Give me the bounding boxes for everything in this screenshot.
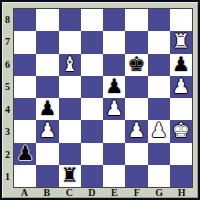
white-rook-h7[interactable]: ♜ — [172, 31, 190, 51]
file-label-a: A — [13, 188, 36, 199]
file-label-e: E — [103, 188, 126, 199]
square-f6[interactable]: ♚ — [125, 54, 147, 76]
square-b8[interactable] — [36, 9, 58, 31]
file-label-c: C — [58, 188, 81, 199]
square-d3[interactable] — [81, 120, 103, 142]
square-a7[interactable] — [14, 31, 36, 53]
square-d2[interactable] — [81, 143, 103, 165]
square-h1[interactable] — [170, 165, 192, 187]
square-c3[interactable] — [59, 120, 81, 142]
square-a1[interactable] — [14, 165, 36, 187]
square-h7[interactable]: ♜ — [170, 31, 192, 53]
chess-board: ♜♝♚♟♟♟♟♟♟♟♟♚♟♜ — [13, 8, 193, 188]
square-g3[interactable]: ♟ — [148, 120, 170, 142]
square-f2[interactable] — [125, 143, 147, 165]
square-d4[interactable] — [81, 98, 103, 120]
square-d1[interactable] — [81, 165, 103, 187]
square-f7[interactable] — [125, 31, 147, 53]
square-a6[interactable] — [14, 54, 36, 76]
black-king-f6[interactable]: ♚ — [127, 54, 145, 74]
white-pawn-h5[interactable]: ♟ — [172, 76, 190, 96]
square-g5[interactable] — [148, 76, 170, 98]
chess-board-frame: 87654321 ♜♝♚♟♟♟♟♟♟♟♟♚♟♜ ABCDEFGH — [0, 0, 200, 200]
square-g6[interactable] — [148, 54, 170, 76]
square-h8[interactable] — [170, 9, 192, 31]
rank-label-1: 1 — [2, 166, 13, 189]
square-h2[interactable] — [170, 143, 192, 165]
square-f3[interactable]: ♟ — [125, 120, 147, 142]
white-pawn-g3[interactable]: ♟ — [150, 120, 168, 140]
square-d7[interactable] — [81, 31, 103, 53]
square-b3[interactable]: ♟ — [36, 120, 58, 142]
rank-label-8: 8 — [2, 8, 13, 31]
square-b1[interactable] — [36, 165, 58, 187]
square-c2[interactable] — [59, 143, 81, 165]
square-e5[interactable]: ♟ — [103, 76, 125, 98]
rank-label-2: 2 — [2, 143, 13, 166]
square-d8[interactable] — [81, 9, 103, 31]
square-c1[interactable]: ♜ — [59, 165, 81, 187]
black-pawn-h6[interactable]: ♟ — [172, 54, 190, 74]
square-b7[interactable] — [36, 31, 58, 53]
rank-labels: 87654321 — [2, 8, 13, 188]
file-label-d: D — [81, 188, 104, 199]
square-e1[interactable] — [103, 165, 125, 187]
black-pawn-b4[interactable]: ♟ — [38, 98, 56, 118]
square-f8[interactable] — [125, 9, 147, 31]
white-king-h3[interactable]: ♚ — [172, 120, 190, 140]
square-f5[interactable] — [125, 76, 147, 98]
square-h6[interactable]: ♟ — [170, 54, 192, 76]
square-a3[interactable] — [14, 120, 36, 142]
white-pawn-e4[interactable]: ♟ — [105, 98, 123, 118]
square-e8[interactable] — [103, 9, 125, 31]
square-a5[interactable] — [14, 76, 36, 98]
square-c6[interactable]: ♝ — [59, 54, 81, 76]
file-label-f: F — [126, 188, 149, 199]
file-label-g: G — [148, 188, 171, 199]
square-e4[interactable]: ♟ — [103, 98, 125, 120]
file-labels: ABCDEFGH — [13, 188, 193, 199]
square-c8[interactable] — [59, 9, 81, 31]
square-g7[interactable] — [148, 31, 170, 53]
square-a8[interactable] — [14, 9, 36, 31]
square-e7[interactable] — [103, 31, 125, 53]
rank-label-6: 6 — [2, 53, 13, 76]
square-h3[interactable]: ♚ — [170, 120, 192, 142]
square-b4[interactable]: ♟ — [36, 98, 58, 120]
square-a2[interactable]: ♟ — [14, 143, 36, 165]
file-label-b: B — [36, 188, 59, 199]
square-a4[interactable] — [14, 98, 36, 120]
square-b5[interactable] — [36, 76, 58, 98]
file-label-h: H — [171, 188, 194, 199]
square-c7[interactable] — [59, 31, 81, 53]
square-d6[interactable] — [81, 54, 103, 76]
rank-label-5: 5 — [2, 76, 13, 99]
square-f1[interactable] — [125, 165, 147, 187]
square-b6[interactable] — [36, 54, 58, 76]
square-c4[interactable] — [59, 98, 81, 120]
rank-label-4: 4 — [2, 98, 13, 121]
rank-label-7: 7 — [2, 31, 13, 54]
black-pawn-a2[interactable]: ♟ — [16, 143, 34, 163]
square-e3[interactable] — [103, 120, 125, 142]
square-g8[interactable] — [148, 9, 170, 31]
rank-label-3: 3 — [2, 121, 13, 144]
white-pawn-f3[interactable]: ♟ — [127, 120, 145, 140]
white-pawn-b3[interactable]: ♟ — [38, 120, 56, 140]
square-f4[interactable] — [125, 98, 147, 120]
square-g1[interactable] — [148, 165, 170, 187]
square-e2[interactable] — [103, 143, 125, 165]
square-b2[interactable] — [36, 143, 58, 165]
square-h4[interactable] — [170, 98, 192, 120]
square-e6[interactable] — [103, 54, 125, 76]
square-d5[interactable] — [81, 76, 103, 98]
square-g2[interactable] — [148, 143, 170, 165]
square-h5[interactable]: ♟ — [170, 76, 192, 98]
square-g4[interactable] — [148, 98, 170, 120]
black-pawn-e5[interactable]: ♟ — [105, 76, 123, 96]
square-c5[interactable] — [59, 76, 81, 98]
white-bishop-c6[interactable]: ♝ — [61, 54, 79, 74]
black-rook-c1[interactable]: ♜ — [61, 165, 79, 185]
